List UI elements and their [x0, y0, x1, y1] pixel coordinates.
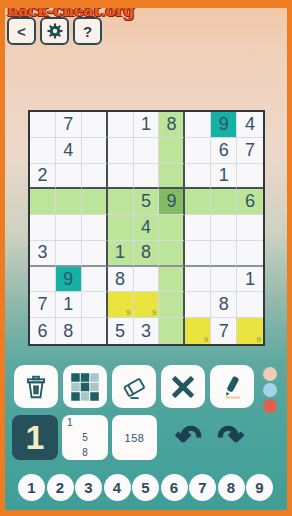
- grid-icon: [70, 372, 100, 402]
- center-marks-mode-tile[interactable]: 158: [112, 415, 157, 460]
- sudoku-cell-r1c8[interactable]: 9: [211, 112, 237, 138]
- clear-button[interactable]: [161, 365, 205, 408]
- sudoku-cell-r3c6[interactable]: [159, 164, 185, 190]
- sudoku-cell-r8c8[interactable]: 8: [211, 292, 237, 318]
- sudoku-cell-r9c6[interactable]: [159, 318, 185, 344]
- back-button[interactable]: <: [7, 17, 36, 45]
- watermark-text: hack-cheat.org: [7, 1, 134, 20]
- sudoku-cell-r6c5[interactable]: 8: [134, 241, 160, 267]
- toolbar: [14, 365, 256, 408]
- sudoku-cell-r5c3[interactable]: [82, 215, 108, 241]
- corner-mark-8: 8: [77, 445, 92, 460]
- sudoku-cell-r3c8[interactable]: 1: [211, 164, 237, 190]
- pencil-mark: 9: [204, 335, 208, 344]
- sudoku-cell-r3c9[interactable]: [237, 164, 263, 190]
- sudoku-cell-r4c2[interactable]: [56, 189, 82, 215]
- sudoku-cell-r1c1[interactable]: [30, 112, 56, 138]
- sudoku-cell-r9c7[interactable]: 9: [185, 318, 211, 344]
- sudoku-cell-r2c3[interactable]: [82, 138, 108, 164]
- sudoku-cell-r8c6[interactable]: [159, 292, 185, 318]
- sudoku-cell-r9c1[interactable]: 6: [30, 318, 56, 344]
- pen-button[interactable]: [210, 365, 254, 408]
- sudoku-cell-r2c5[interactable]: [134, 138, 160, 164]
- sudoku-cell-r7c7[interactable]: [185, 267, 211, 293]
- sudoku-cell-r8c3[interactable]: [82, 292, 108, 318]
- grid-pattern-button[interactable]: [63, 365, 107, 408]
- redo-button[interactable]: ↷: [218, 420, 243, 454]
- numpad-6[interactable]: 6: [161, 474, 188, 501]
- sudoku-cell-r5c5[interactable]: 4: [134, 215, 160, 241]
- cross-icon: [169, 373, 197, 401]
- sudoku-cell-r4c5[interactable]: 5: [134, 189, 160, 215]
- sudoku-cell-r7c2[interactable]: 9: [56, 267, 82, 293]
- sudoku-cell-r8c9[interactable]: [237, 292, 263, 318]
- sudoku-cell-r3c5[interactable]: [134, 164, 160, 190]
- pencil-mark: 9: [126, 308, 130, 317]
- numpad-3[interactable]: 3: [75, 474, 102, 501]
- sudoku-cell-r1c4[interactable]: [108, 112, 134, 138]
- question-icon: ?: [83, 23, 92, 40]
- numpad-1[interactable]: 1: [18, 474, 45, 501]
- corner-mark-1: 1: [62, 415, 77, 430]
- sudoku-cell-r4c3[interactable]: [82, 189, 108, 215]
- trash-icon: [23, 374, 49, 400]
- numpad-4[interactable]: 4: [104, 474, 131, 501]
- sudoku-cell-r8c2[interactable]: 1: [56, 292, 82, 318]
- sudoku-cell-r1c5[interactable]: 1: [134, 112, 160, 138]
- sudoku-cell-r7c4[interactable]: 8: [108, 267, 134, 293]
- sudoku-cell-r9c9[interactable]: 9: [237, 318, 263, 344]
- sudoku-cell-r5c1[interactable]: [30, 215, 56, 241]
- pen-icon: [218, 373, 246, 401]
- sudoku-cell-r7c6[interactable]: [159, 267, 185, 293]
- sudoku-cell-r9c4[interactable]: 5: [108, 318, 134, 344]
- sudoku-cell-r9c3[interactable]: [82, 318, 108, 344]
- red-dot[interactable]: [263, 399, 277, 413]
- sudoku-app: hack-cheat.org < ? 7: [0, 0, 292, 516]
- sudoku-cell-r2c1[interactable]: [30, 138, 56, 164]
- sudoku-cell-r1c3[interactable]: [82, 112, 108, 138]
- corner-marks-mode-tile[interactable]: 1 5 8: [62, 415, 108, 460]
- numpad-5[interactable]: 5: [132, 474, 159, 501]
- sudoku-cell-r7c3[interactable]: [82, 267, 108, 293]
- back-chevron-icon: <: [17, 23, 26, 40]
- sudoku-cell-r2c6[interactable]: [159, 138, 185, 164]
- pencil-mark: 9: [257, 335, 261, 344]
- sudoku-cell-r2c7[interactable]: [185, 138, 211, 164]
- sudoku-cell-r8c4[interactable]: 9: [108, 292, 134, 318]
- sudoku-cell-r6c8[interactable]: [211, 241, 237, 267]
- sudoku-cell-r8c1[interactable]: 7: [30, 292, 56, 318]
- sudoku-cell-r5c8[interactable]: [211, 215, 237, 241]
- blue-dot[interactable]: [263, 383, 277, 397]
- center-marks-value: 158: [125, 432, 145, 444]
- sudoku-cell-r7c1[interactable]: [30, 267, 56, 293]
- numpad-2[interactable]: 2: [47, 474, 74, 501]
- sudoku-cell-r6c1[interactable]: 3: [30, 241, 56, 267]
- sudoku-cell-r6c6[interactable]: [159, 241, 185, 267]
- sudoku-cell-r7c8[interactable]: [211, 267, 237, 293]
- sudoku-cell-r4c8[interactable]: [211, 189, 237, 215]
- sudoku-board: 71894467215964318981719986853979: [28, 110, 265, 346]
- settings-button[interactable]: [40, 17, 69, 45]
- sudoku-cell-r5c2[interactable]: [56, 215, 82, 241]
- eraser-button[interactable]: [112, 365, 156, 408]
- sudoku-cell-r7c9[interactable]: 1: [237, 267, 263, 293]
- sudoku-cell-r5c7[interactable]: [185, 215, 211, 241]
- sudoku-cell-r6c7[interactable]: [185, 241, 211, 267]
- sudoku-cell-r3c7[interactable]: [185, 164, 211, 190]
- sudoku-cell-r9c2[interactable]: 8: [56, 318, 82, 344]
- sudoku-cell-r8c7[interactable]: [185, 292, 211, 318]
- sudoku-cell-r8c5[interactable]: 9: [134, 292, 160, 318]
- sudoku-cell-r5c6[interactable]: [159, 215, 185, 241]
- gear-icon: [46, 22, 64, 40]
- sudoku-cell-r2c2[interactable]: 4: [56, 138, 82, 164]
- sudoku-cell-r6c2[interactable]: [56, 241, 82, 267]
- numpad-9[interactable]: 9: [246, 474, 273, 501]
- eraser-icon: [120, 373, 148, 401]
- number-pad: 1 2 3 4 5 6 7 8 9: [18, 474, 273, 501]
- sudoku-cell-r2c9[interactable]: 7: [237, 138, 263, 164]
- sudoku-cell-r4c7[interactable]: [185, 189, 211, 215]
- help-button[interactable]: ?: [73, 17, 102, 45]
- sudoku-cell-r1c2[interactable]: 7: [56, 112, 82, 138]
- color-dots: [263, 367, 277, 413]
- sudoku-cell-r4c4[interactable]: [108, 189, 134, 215]
- sudoku-cell-r4c1[interactable]: [30, 189, 56, 215]
- sudoku-cell-r7c5[interactable]: [134, 267, 160, 293]
- corner-mark-5: 5: [77, 430, 92, 445]
- sudoku-cell-r3c4[interactable]: [108, 164, 134, 190]
- sudoku-cell-r3c1[interactable]: 2: [30, 164, 56, 190]
- sudoku-cell-r1c9[interactable]: 4: [237, 112, 263, 138]
- sudoku-cell-r3c2[interactable]: [56, 164, 82, 190]
- sudoku-cell-r2c4[interactable]: [108, 138, 134, 164]
- sudoku-cell-r4c9[interactable]: 6: [237, 189, 263, 215]
- undo-button[interactable]: ↶: [176, 420, 201, 454]
- sudoku-cell-r6c9[interactable]: [237, 241, 263, 267]
- sudoku-cell-r9c5[interactable]: 3: [134, 318, 160, 344]
- sudoku-cell-r2c8[interactable]: 6: [211, 138, 237, 164]
- sudoku-cell-r1c7[interactable]: [185, 112, 211, 138]
- sudoku-cell-r1c6[interactable]: 8: [159, 112, 185, 138]
- peach-dot[interactable]: [263, 367, 277, 381]
- sudoku-cell-r4c6[interactable]: 9: [159, 189, 185, 215]
- delete-button[interactable]: [14, 365, 58, 408]
- numpad-8[interactable]: 8: [218, 474, 245, 501]
- sudoku-cell-r3c3[interactable]: [82, 164, 108, 190]
- big-number-value: 1: [26, 418, 45, 457]
- sudoku-cell-r5c9[interactable]: [237, 215, 263, 241]
- big-number-mode-tile[interactable]: 1: [12, 415, 58, 460]
- sudoku-cell-r9c8[interactable]: 7: [211, 318, 237, 344]
- sudoku-cell-r6c3[interactable]: [82, 241, 108, 267]
- numpad-7[interactable]: 7: [189, 474, 216, 501]
- sudoku-cell-r6c4[interactable]: 1: [108, 241, 134, 267]
- pencil-mark: 9: [152, 308, 156, 317]
- sudoku-cell-r5c4[interactable]: [108, 215, 134, 241]
